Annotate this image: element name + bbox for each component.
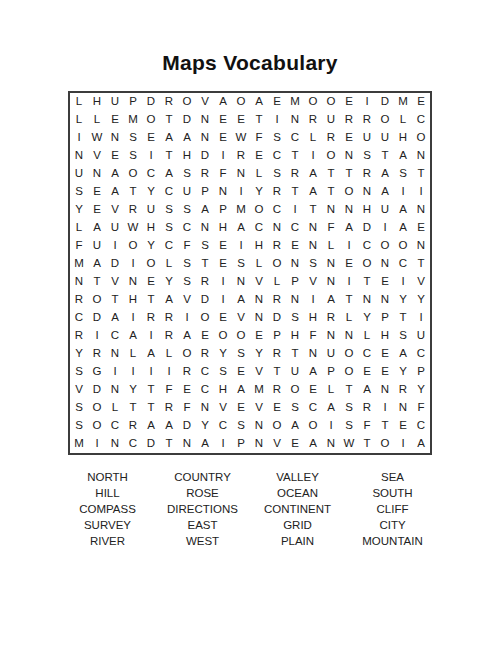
grid-cell[interactable]: T — [322, 183, 340, 201]
grid-cell[interactable]: H — [286, 327, 304, 345]
grid-cell[interactable]: E — [214, 309, 232, 327]
grid-cell[interactable]: L — [358, 327, 376, 345]
grid-cell[interactable]: C — [214, 417, 232, 435]
grid-cell[interactable]: I — [142, 363, 160, 381]
grid-cell[interactable]: L — [250, 255, 268, 273]
grid-cell[interactable]: P — [124, 93, 142, 111]
grid-cell[interactable]: S — [286, 309, 304, 327]
grid-cell[interactable]: Y — [412, 381, 430, 399]
grid-cell[interactable]: N — [322, 327, 340, 345]
grid-cell[interactable]: T — [286, 147, 304, 165]
grid-cell[interactable]: S — [178, 255, 196, 273]
grid-cell[interactable]: A — [394, 345, 412, 363]
grid-cell[interactable]: A — [394, 147, 412, 165]
grid-cell[interactable]: S — [70, 417, 88, 435]
grid-cell[interactable]: R — [142, 309, 160, 327]
grid-cell[interactable]: N — [250, 435, 268, 453]
grid-cell[interactable]: S — [124, 129, 142, 147]
grid-cell[interactable]: S — [232, 345, 250, 363]
grid-cell[interactable]: I — [358, 93, 376, 111]
grid-cell[interactable]: T — [160, 147, 178, 165]
grid-cell[interactable]: U — [358, 129, 376, 147]
grid-cell[interactable]: O — [304, 417, 322, 435]
grid-cell[interactable]: E — [340, 129, 358, 147]
grid-cell[interactable]: C — [412, 111, 430, 129]
grid-cell[interactable]: L — [340, 309, 358, 327]
grid-cell[interactable]: Y — [70, 345, 88, 363]
grid-cell[interactable]: A — [394, 201, 412, 219]
grid-cell[interactable]: S — [70, 363, 88, 381]
grid-cell[interactable]: A — [106, 165, 124, 183]
grid-cell[interactable]: H — [376, 327, 394, 345]
grid-cell[interactable]: Y — [412, 291, 430, 309]
grid-cell[interactable]: O — [286, 381, 304, 399]
grid-cell[interactable]: A — [232, 381, 250, 399]
grid-cell[interactable]: N — [340, 327, 358, 345]
grid-cell[interactable]: E — [412, 93, 430, 111]
grid-cell[interactable]: D — [196, 291, 214, 309]
grid-cell[interactable]: N — [214, 183, 232, 201]
grid-cell[interactable]: H — [142, 219, 160, 237]
grid-cell[interactable]: R — [322, 309, 340, 327]
grid-cell[interactable]: R — [196, 273, 214, 291]
grid-cell[interactable]: N — [358, 183, 376, 201]
grid-cell[interactable]: R — [124, 417, 142, 435]
grid-cell[interactable]: U — [106, 93, 124, 111]
grid-cell[interactable]: N — [250, 417, 268, 435]
grid-cell[interactable]: O — [214, 327, 232, 345]
grid-cell[interactable]: V — [232, 309, 250, 327]
grid-cell[interactable]: H — [214, 381, 232, 399]
grid-cell[interactable]: I — [106, 363, 124, 381]
grid-cell[interactable]: N — [124, 273, 142, 291]
grid-cell[interactable]: N — [412, 201, 430, 219]
grid-cell[interactable]: N — [322, 273, 340, 291]
grid-cell[interactable]: R — [358, 399, 376, 417]
grid-cell[interactable]: O — [394, 237, 412, 255]
grid-cell[interactable]: E — [106, 147, 124, 165]
grid-cell[interactable]: E — [142, 273, 160, 291]
grid-cell[interactable]: U — [412, 327, 430, 345]
grid-cell[interactable]: A — [196, 201, 214, 219]
grid-cell[interactable]: R — [70, 327, 88, 345]
grid-cell[interactable]: N — [304, 237, 322, 255]
grid-cell[interactable]: C — [106, 417, 124, 435]
grid-cell[interactable]: F — [178, 237, 196, 255]
grid-cell[interactable]: I — [88, 435, 106, 453]
grid-cell[interactable]: A — [88, 255, 106, 273]
grid-cell[interactable]: S — [178, 165, 196, 183]
grid-cell[interactable]: T — [322, 165, 340, 183]
grid-cell[interactable]: R — [394, 381, 412, 399]
grid-cell[interactable]: O — [232, 327, 250, 345]
grid-cell[interactable]: I — [376, 219, 394, 237]
grid-cell[interactable]: V — [304, 273, 322, 291]
grid-cell[interactable]: O — [88, 417, 106, 435]
grid-cell[interactable]: N — [376, 255, 394, 273]
grid-cell[interactable]: F — [358, 417, 376, 435]
grid-cell[interactable]: A — [286, 417, 304, 435]
grid-cell[interactable]: I — [304, 291, 322, 309]
grid-cell[interactable]: R — [268, 237, 286, 255]
grid-cell[interactable]: N — [412, 147, 430, 165]
grid-cell[interactable]: I — [124, 309, 142, 327]
grid-cell[interactable]: C — [250, 219, 268, 237]
grid-cell[interactable]: E — [394, 417, 412, 435]
grid-cell[interactable]: E — [268, 399, 286, 417]
grid-cell[interactable]: A — [88, 219, 106, 237]
grid-cell[interactable]: E — [214, 237, 232, 255]
grid-cell[interactable]: C — [412, 345, 430, 363]
grid-cell[interactable]: E — [358, 363, 376, 381]
grid-cell[interactable]: D — [376, 93, 394, 111]
grid-cell[interactable]: R — [196, 165, 214, 183]
grid-cell[interactable]: O — [412, 129, 430, 147]
grid-cell[interactable]: E — [214, 111, 232, 129]
grid-cell[interactable]: C — [124, 435, 142, 453]
grid-cell[interactable]: N — [196, 111, 214, 129]
grid-cell[interactable]: T — [286, 183, 304, 201]
grid-cell[interactable]: S — [178, 273, 196, 291]
grid-cell[interactable]: R — [124, 201, 142, 219]
grid-cell[interactable]: I — [124, 255, 142, 273]
grid-cell[interactable]: E — [376, 363, 394, 381]
grid-cell[interactable]: C — [268, 201, 286, 219]
grid-cell[interactable]: M — [250, 381, 268, 399]
grid-cell[interactable]: I — [214, 291, 232, 309]
grid-cell[interactable]: O — [142, 111, 160, 129]
grid-cell[interactable]: N — [340, 147, 358, 165]
grid-cell[interactable]: L — [322, 381, 340, 399]
grid-cell[interactable]: P — [286, 273, 304, 291]
grid-cell[interactable]: I — [88, 327, 106, 345]
grid-cell[interactable]: E — [142, 129, 160, 147]
grid-cell[interactable]: N — [286, 255, 304, 273]
grid-cell[interactable]: S — [214, 363, 232, 381]
grid-cell[interactable]: V — [70, 381, 88, 399]
grid-cell[interactable]: E — [106, 111, 124, 129]
grid-cell[interactable]: N — [322, 255, 340, 273]
grid-cell[interactable]: U — [322, 111, 340, 129]
grid-cell[interactable]: D — [142, 93, 160, 111]
grid-cell[interactable]: T — [286, 345, 304, 363]
grid-cell[interactable]: L — [322, 237, 340, 255]
grid-cell[interactable]: N — [196, 399, 214, 417]
grid-cell[interactable]: I — [394, 435, 412, 453]
grid-cell[interactable]: A — [196, 435, 214, 453]
grid-cell[interactable]: M — [232, 201, 250, 219]
grid-cell[interactable]: A — [358, 381, 376, 399]
grid-cell[interactable]: A — [304, 435, 322, 453]
grid-cell[interactable]: V — [106, 273, 124, 291]
grid-cell[interactable]: Y — [394, 363, 412, 381]
grid-cell[interactable]: S — [268, 165, 286, 183]
grid-cell[interactable]: U — [322, 345, 340, 363]
grid-cell[interactable]: Y — [214, 345, 232, 363]
grid-cell[interactable]: C — [160, 237, 178, 255]
grid-cell[interactable]: L — [250, 165, 268, 183]
grid-cell[interactable]: F — [160, 381, 178, 399]
grid-cell[interactable]: C — [268, 147, 286, 165]
grid-cell[interactable]: O — [178, 345, 196, 363]
grid-cell[interactable]: H — [250, 237, 268, 255]
grid-cell[interactable]: T — [304, 201, 322, 219]
grid-cell[interactable]: V — [88, 147, 106, 165]
grid-cell[interactable]: L — [106, 399, 124, 417]
grid-cell[interactable]: F — [304, 327, 322, 345]
grid-cell[interactable]: O — [142, 255, 160, 273]
grid-cell[interactable]: I — [214, 147, 232, 165]
grid-cell[interactable]: R — [286, 165, 304, 183]
grid-cell[interactable]: I — [142, 147, 160, 165]
grid-cell[interactable]: E — [196, 327, 214, 345]
grid-cell[interactable]: S — [232, 255, 250, 273]
grid-cell[interactable]: V — [214, 399, 232, 417]
grid-cell[interactable]: A — [214, 93, 232, 111]
grid-cell[interactable]: A — [142, 417, 160, 435]
grid-cell[interactable]: N — [376, 381, 394, 399]
grid-cell[interactable]: A — [124, 327, 142, 345]
grid-cell[interactable]: O — [268, 417, 286, 435]
grid-cell[interactable]: R — [268, 345, 286, 363]
grid-cell[interactable]: A — [322, 399, 340, 417]
grid-cell[interactable]: N — [250, 291, 268, 309]
grid-cell[interactable]: A — [160, 417, 178, 435]
grid-cell[interactable]: T — [142, 381, 160, 399]
grid-cell[interactable]: L — [394, 111, 412, 129]
grid-cell[interactable]: O — [124, 237, 142, 255]
grid-cell[interactable]: M — [394, 93, 412, 111]
grid-cell[interactable]: R — [160, 93, 178, 111]
grid-cell[interactable]: P — [214, 201, 232, 219]
grid-cell[interactable]: O — [268, 255, 286, 273]
grid-cell[interactable]: F — [322, 219, 340, 237]
grid-cell[interactable]: E — [304, 381, 322, 399]
grid-cell[interactable]: V — [250, 399, 268, 417]
grid-cell[interactable]: R — [268, 381, 286, 399]
grid-cell[interactable]: C — [106, 327, 124, 345]
grid-cell[interactable]: N — [232, 273, 250, 291]
grid-cell[interactable]: C — [358, 345, 376, 363]
grid-cell[interactable]: I — [232, 237, 250, 255]
grid-cell[interactable]: N — [106, 129, 124, 147]
grid-cell[interactable]: I — [340, 273, 358, 291]
grid-cell[interactable]: I — [268, 111, 286, 129]
grid-cell[interactable]: S — [340, 417, 358, 435]
grid-cell[interactable]: L — [268, 273, 286, 291]
grid-cell[interactable]: E — [214, 129, 232, 147]
grid-cell[interactable]: F — [214, 165, 232, 183]
grid-cell[interactable]: R — [268, 291, 286, 309]
grid-cell[interactable]: I — [232, 183, 250, 201]
grid-cell[interactable]: U — [70, 165, 88, 183]
grid-cell[interactable]: U — [106, 219, 124, 237]
grid-cell[interactable]: N — [106, 435, 124, 453]
grid-cell[interactable]: D — [106, 255, 124, 273]
grid-cell[interactable]: S — [160, 201, 178, 219]
grid-cell[interactable]: O — [376, 111, 394, 129]
grid-cell[interactable]: D — [268, 309, 286, 327]
grid-cell[interactable]: L — [70, 219, 88, 237]
grid-cell[interactable]: C — [142, 165, 160, 183]
grid-cell[interactable]: T — [124, 183, 142, 201]
grid-cell[interactable]: O — [250, 201, 268, 219]
grid-cell[interactable]: L — [160, 345, 178, 363]
grid-cell[interactable]: A — [250, 93, 268, 111]
grid-cell[interactable]: R — [160, 327, 178, 345]
grid-cell[interactable]: T — [340, 381, 358, 399]
grid-cell[interactable]: S — [178, 201, 196, 219]
grid-cell[interactable]: E — [286, 237, 304, 255]
grid-cell[interactable]: Y — [196, 417, 214, 435]
grid-cell[interactable]: T — [412, 255, 430, 273]
grid-cell[interactable]: T — [160, 435, 178, 453]
grid-cell[interactable]: R — [160, 399, 178, 417]
grid-cell[interactable]: U — [376, 201, 394, 219]
grid-cell[interactable]: O — [178, 93, 196, 111]
grid-cell[interactable]: N — [304, 219, 322, 237]
grid-cell[interactable]: U — [376, 129, 394, 147]
grid-cell[interactable]: I — [286, 201, 304, 219]
grid-cell[interactable]: R — [340, 111, 358, 129]
grid-cell[interactable]: Y — [358, 309, 376, 327]
grid-cell[interactable]: N — [106, 345, 124, 363]
grid-cell[interactable]: V — [196, 93, 214, 111]
grid-cell[interactable]: N — [394, 399, 412, 417]
grid-cell[interactable]: V — [106, 201, 124, 219]
grid-cell[interactable]: T — [376, 417, 394, 435]
grid-cell[interactable]: F — [178, 399, 196, 417]
grid-cell[interactable]: D — [178, 417, 196, 435]
grid-cell[interactable]: C — [196, 363, 214, 381]
grid-cell[interactable]: F — [70, 237, 88, 255]
grid-cell[interactable]: N — [178, 435, 196, 453]
grid-cell[interactable]: N — [250, 309, 268, 327]
grid-cell[interactable]: I — [340, 237, 358, 255]
grid-cell[interactable]: F — [250, 129, 268, 147]
grid-cell[interactable]: A — [376, 183, 394, 201]
grid-cell[interactable]: A — [232, 219, 250, 237]
grid-cell[interactable]: E — [232, 363, 250, 381]
grid-cell[interactable]: I — [124, 363, 142, 381]
grid-cell[interactable]: O — [124, 165, 142, 183]
grid-cell[interactable]: E — [376, 273, 394, 291]
grid-cell[interactable]: A — [322, 291, 340, 309]
grid-cell[interactable]: C — [160, 183, 178, 201]
grid-cell[interactable]: T — [394, 309, 412, 327]
grid-cell[interactable]: R — [160, 309, 178, 327]
grid-cell[interactable]: H — [178, 147, 196, 165]
grid-cell[interactable]: C — [358, 237, 376, 255]
grid-cell[interactable]: Y — [160, 273, 178, 291]
grid-cell[interactable]: A — [106, 183, 124, 201]
grid-cell[interactable]: C — [304, 399, 322, 417]
grid-cell[interactable]: N — [196, 219, 214, 237]
grid-cell[interactable]: N — [88, 165, 106, 183]
grid-cell[interactable]: M — [124, 111, 142, 129]
grid-cell[interactable]: V — [268, 435, 286, 453]
grid-cell[interactable]: R — [268, 183, 286, 201]
grid-cell[interactable]: N — [376, 291, 394, 309]
grid-cell[interactable]: W — [232, 129, 250, 147]
grid-cell[interactable]: T — [340, 165, 358, 183]
grid-cell[interactable]: C — [394, 255, 412, 273]
grid-cell[interactable]: S — [394, 327, 412, 345]
grid-cell[interactable]: Y — [250, 345, 268, 363]
grid-cell[interactable]: T — [376, 147, 394, 165]
grid-cell[interactable]: O — [358, 255, 376, 273]
grid-cell[interactable]: E — [340, 255, 358, 273]
grid-cell[interactable]: T — [358, 435, 376, 453]
grid-cell[interactable]: W — [88, 129, 106, 147]
grid-cell[interactable]: A — [178, 327, 196, 345]
grid-cell[interactable]: A — [142, 345, 160, 363]
grid-cell[interactable]: S — [70, 399, 88, 417]
grid-cell[interactable]: E — [178, 381, 196, 399]
grid-cell[interactable]: O — [196, 309, 214, 327]
grid-cell[interactable]: T — [142, 291, 160, 309]
grid-cell[interactable]: E — [340, 93, 358, 111]
grid-cell[interactable]: T — [160, 111, 178, 129]
grid-cell[interactable]: C — [412, 417, 430, 435]
grid-cell[interactable]: M — [70, 435, 88, 453]
grid-cell[interactable]: O — [232, 93, 250, 111]
grid-cell[interactable]: O — [340, 183, 358, 201]
grid-cell[interactable]: E — [88, 183, 106, 201]
grid-cell[interactable]: L — [304, 129, 322, 147]
grid-cell[interactable]: S — [196, 237, 214, 255]
grid-cell[interactable]: E — [286, 435, 304, 453]
grid-cell[interactable]: I — [412, 309, 430, 327]
grid-cell[interactable]: T — [250, 111, 268, 129]
grid-cell[interactable]: C — [196, 381, 214, 399]
grid-cell[interactable]: R — [88, 345, 106, 363]
grid-cell[interactable]: S — [160, 219, 178, 237]
grid-cell[interactable]: C — [70, 309, 88, 327]
grid-cell[interactable]: C — [178, 219, 196, 237]
grid-cell[interactable]: I — [394, 273, 412, 291]
grid-cell[interactable]: H — [304, 309, 322, 327]
grid-cell[interactable]: O — [340, 345, 358, 363]
grid-cell[interactable]: D — [88, 309, 106, 327]
grid-cell[interactable]: R — [196, 345, 214, 363]
grid-cell[interactable]: T — [106, 291, 124, 309]
grid-cell[interactable]: I — [394, 183, 412, 201]
grid-cell[interactable]: E — [412, 219, 430, 237]
grid-cell[interactable]: P — [322, 363, 340, 381]
grid-cell[interactable]: E — [250, 327, 268, 345]
grid-cell[interactable]: P — [196, 183, 214, 201]
grid-cell[interactable]: N — [340, 201, 358, 219]
grid-cell[interactable]: O — [322, 93, 340, 111]
grid-cell[interactable]: R — [322, 129, 340, 147]
grid-cell[interactable]: V — [178, 291, 196, 309]
grid-cell[interactable]: P — [412, 363, 430, 381]
grid-cell[interactable]: W — [340, 435, 358, 453]
grid-cell[interactable]: A — [160, 291, 178, 309]
grid-cell[interactable]: E — [214, 255, 232, 273]
grid-cell[interactable]: C — [286, 219, 304, 237]
grid-cell[interactable]: R — [358, 165, 376, 183]
grid-cell[interactable]: S — [124, 147, 142, 165]
grid-cell[interactable]: O — [88, 399, 106, 417]
grid-cell[interactable]: N — [70, 273, 88, 291]
grid-cell[interactable]: T — [196, 255, 214, 273]
grid-cell[interactable]: N — [322, 435, 340, 453]
grid-cell[interactable]: T — [412, 165, 430, 183]
grid-cell[interactable]: A — [106, 309, 124, 327]
grid-cell[interactable]: F — [412, 399, 430, 417]
